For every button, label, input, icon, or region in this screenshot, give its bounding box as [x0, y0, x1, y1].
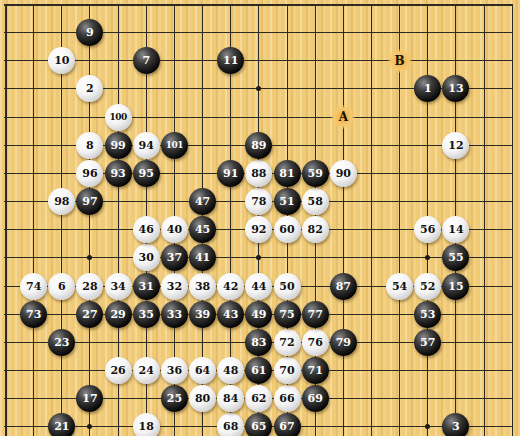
stone-52: 52 [414, 273, 441, 300]
stone-number: 81 [279, 168, 294, 179]
stone-33: 33 [161, 301, 188, 328]
stone-number: 39 [195, 309, 210, 320]
stone-18: 18 [133, 413, 160, 436]
star-point [87, 255, 92, 260]
stone-34: 34 [105, 273, 132, 300]
stone-94: 94 [133, 132, 160, 159]
stone-81: 81 [274, 160, 301, 187]
stone-number: 32 [167, 281, 182, 292]
stone-75: 75 [274, 301, 301, 328]
stone-28: 28 [76, 273, 103, 300]
stone-number: 61 [251, 365, 266, 376]
stone-49: 49 [245, 301, 272, 328]
stone-78: 78 [245, 188, 272, 215]
stone-number: 57 [420, 337, 435, 348]
point-label-A[interactable]: A [331, 105, 355, 129]
star-point [256, 255, 261, 260]
stone-46: 46 [133, 216, 160, 243]
stone-number: 35 [139, 309, 154, 320]
stone-2: 2 [76, 75, 103, 102]
grid-vline [484, 4, 485, 436]
stone-number: 30 [139, 252, 154, 263]
stone-47: 47 [189, 188, 216, 215]
stone-90: 90 [330, 160, 357, 187]
stone-98: 98 [48, 188, 75, 215]
stone-76: 76 [302, 329, 329, 356]
grid-vline [512, 4, 513, 436]
stone-number: 26 [110, 365, 125, 376]
stone-41: 41 [189, 244, 216, 271]
stone-number: 54 [392, 281, 407, 292]
stone-number: 2 [86, 83, 94, 94]
stone-51: 51 [274, 188, 301, 215]
stone-number: 51 [279, 196, 294, 207]
stone-number: 84 [223, 393, 238, 404]
stone-number: 56 [420, 224, 435, 235]
stone-71: 71 [302, 357, 329, 384]
stone-69: 69 [302, 385, 329, 412]
go-board[interactable]: 1236789101112131415171821232425262728293… [0, 0, 520, 436]
stone-number: 94 [139, 140, 154, 151]
stone-number: 3 [452, 421, 460, 432]
stone-number: 13 [448, 83, 463, 94]
stone-number: 60 [279, 224, 294, 235]
stone-15: 15 [442, 273, 469, 300]
stone-3: 3 [442, 413, 469, 436]
stone-68: 68 [217, 413, 244, 436]
stone-9: 9 [76, 19, 103, 46]
stone-number: 11 [223, 55, 238, 66]
stone-37: 37 [161, 244, 188, 271]
grid-vline [89, 4, 90, 436]
stone-number: 99 [110, 140, 125, 151]
stone-number: 68 [223, 421, 238, 432]
stone-36: 36 [161, 357, 188, 384]
stone-55: 55 [442, 244, 469, 271]
grid-vline [343, 4, 344, 436]
stone-number: 88 [251, 168, 266, 179]
stone-53: 53 [414, 301, 441, 328]
stone-24: 24 [133, 357, 160, 384]
star-point [256, 86, 261, 91]
stone-11: 11 [217, 47, 244, 74]
stone-number: 24 [139, 365, 154, 376]
stone-7: 7 [133, 47, 160, 74]
stone-number: 72 [279, 337, 294, 348]
stone-1: 1 [414, 75, 441, 102]
stone-number: 44 [251, 281, 266, 292]
stone-number: 59 [307, 168, 322, 179]
stone-number: 49 [251, 309, 266, 320]
stone-number: 40 [167, 224, 182, 235]
stone-number: 48 [223, 365, 238, 376]
stone-77: 77 [302, 301, 329, 328]
stone-13: 13 [442, 75, 469, 102]
stone-number: 93 [110, 168, 125, 179]
stone-number: 97 [82, 196, 97, 207]
stone-101: 101 [161, 132, 188, 159]
stone-number: 6 [58, 281, 66, 292]
stone-97: 97 [76, 188, 103, 215]
stone-number: 64 [195, 365, 210, 376]
stone-number: 33 [167, 309, 182, 320]
stone-87: 87 [330, 273, 357, 300]
stone-number: 92 [251, 224, 266, 235]
stone-number: 12 [448, 140, 463, 151]
stone-number: 53 [420, 309, 435, 320]
stone-38: 38 [189, 273, 216, 300]
stone-35: 35 [133, 301, 160, 328]
stone-number: 8 [86, 140, 94, 151]
stone-73: 73 [20, 301, 47, 328]
stone-number: 75 [279, 309, 294, 320]
stone-83: 83 [245, 329, 272, 356]
stone-44: 44 [245, 273, 272, 300]
stone-number: 18 [139, 421, 154, 432]
stone-number: 70 [279, 365, 294, 376]
stone-number: 36 [167, 365, 182, 376]
stone-99: 99 [105, 132, 132, 159]
stone-number: 27 [82, 309, 97, 320]
stone-31: 31 [133, 273, 160, 300]
stone-32: 32 [161, 273, 188, 300]
stone-number: 65 [251, 421, 266, 432]
stone-27: 27 [76, 301, 103, 328]
stone-62: 62 [245, 385, 272, 412]
stone-48: 48 [217, 357, 244, 384]
stone-number: 90 [336, 168, 351, 179]
stone-number: 34 [110, 281, 125, 292]
stone-89: 89 [245, 132, 272, 159]
stone-number: 41 [195, 252, 210, 263]
stone-61: 61 [245, 357, 272, 384]
stone-number: 17 [82, 393, 97, 404]
stone-number: 28 [82, 281, 97, 292]
stone-number: 31 [139, 281, 154, 292]
stone-65: 65 [245, 413, 272, 436]
stone-number: 79 [336, 337, 351, 348]
stone-100: 100 [105, 104, 132, 131]
stone-number: 69 [307, 393, 322, 404]
stone-number: 37 [167, 252, 182, 263]
stone-number: 21 [54, 421, 69, 432]
stone-number: 66 [279, 393, 294, 404]
stone-number: 25 [167, 393, 182, 404]
stone-number: 46 [139, 224, 154, 235]
stone-number: 80 [195, 393, 210, 404]
stone-number: 67 [279, 421, 294, 432]
stone-93: 93 [105, 160, 132, 187]
stone-54: 54 [386, 273, 413, 300]
stone-number: 101 [166, 141, 183, 150]
stone-10: 10 [48, 47, 75, 74]
stone-66: 66 [274, 385, 301, 412]
stone-number: 1 [424, 83, 432, 94]
stone-number: 50 [279, 281, 294, 292]
stone-number: 23 [54, 337, 69, 348]
stone-80: 80 [189, 385, 216, 412]
stone-number: 38 [195, 281, 210, 292]
stone-number: 76 [307, 337, 322, 348]
stone-64: 64 [189, 357, 216, 384]
stone-number: 47 [195, 196, 210, 207]
stone-6: 6 [48, 273, 75, 300]
stone-74: 74 [20, 273, 47, 300]
stone-number: 96 [82, 168, 97, 179]
stone-56: 56 [414, 216, 441, 243]
stone-59: 59 [302, 160, 329, 187]
stone-60: 60 [274, 216, 301, 243]
stone-92: 92 [245, 216, 272, 243]
stone-82: 82 [302, 216, 329, 243]
stone-25: 25 [161, 385, 188, 412]
stone-67: 67 [274, 413, 301, 436]
stone-number: 78 [251, 196, 266, 207]
grid-vline [33, 4, 34, 436]
stone-number: 95 [139, 168, 154, 179]
stone-30: 30 [133, 244, 160, 271]
stone-21: 21 [48, 413, 75, 436]
stone-number: 83 [251, 337, 266, 348]
point-label-B[interactable]: B [388, 49, 412, 73]
stone-number: 10 [54, 55, 69, 66]
stone-8: 8 [76, 132, 103, 159]
stone-number: 82 [307, 224, 322, 235]
stone-29: 29 [105, 301, 132, 328]
stone-number: 14 [448, 224, 463, 235]
stone-58: 58 [302, 188, 329, 215]
stone-number: 43 [223, 309, 238, 320]
star-point [425, 255, 430, 260]
stone-45: 45 [189, 216, 216, 243]
stone-number: 77 [307, 309, 322, 320]
stone-57: 57 [414, 329, 441, 356]
stone-17: 17 [76, 385, 103, 412]
stone-42: 42 [217, 273, 244, 300]
star-point [425, 424, 430, 429]
stone-95: 95 [133, 160, 160, 187]
stone-number: 62 [251, 393, 266, 404]
stone-number: 89 [251, 140, 266, 151]
stone-72: 72 [274, 329, 301, 356]
stone-39: 39 [189, 301, 216, 328]
stone-number: 71 [307, 365, 322, 376]
stone-79: 79 [330, 329, 357, 356]
stone-number: 15 [448, 281, 463, 292]
stone-14: 14 [442, 216, 469, 243]
stone-43: 43 [217, 301, 244, 328]
go-diagram-screenshot: 1236789101112131415171821232425262728293… [0, 0, 520, 436]
grid-hline [4, 60, 513, 61]
stone-40: 40 [161, 216, 188, 243]
stone-number: 55 [448, 252, 463, 263]
stone-91: 91 [217, 160, 244, 187]
stone-number: 42 [223, 281, 238, 292]
grid-hline [4, 4, 513, 6]
stone-number: 74 [26, 281, 41, 292]
grid-vline [371, 4, 372, 436]
stone-88: 88 [245, 160, 272, 187]
stone-23: 23 [48, 329, 75, 356]
stone-number: 7 [142, 55, 150, 66]
stone-number: 29 [110, 309, 125, 320]
stone-number: 73 [26, 309, 41, 320]
stone-26: 26 [105, 357, 132, 384]
stone-number: 58 [307, 196, 322, 207]
stone-84: 84 [217, 385, 244, 412]
stone-number: 52 [420, 281, 435, 292]
stone-number: 9 [86, 27, 94, 38]
stone-number: 87 [336, 281, 351, 292]
stone-number: 91 [223, 168, 238, 179]
grid-vline [5, 4, 7, 436]
stone-number: 98 [54, 196, 69, 207]
grid-hline [4, 117, 513, 118]
stone-number: 100 [109, 113, 126, 122]
stone-50: 50 [274, 273, 301, 300]
stone-70: 70 [274, 357, 301, 384]
star-point [87, 424, 92, 429]
stone-12: 12 [442, 132, 469, 159]
stone-96: 96 [76, 160, 103, 187]
stone-number: 45 [195, 224, 210, 235]
